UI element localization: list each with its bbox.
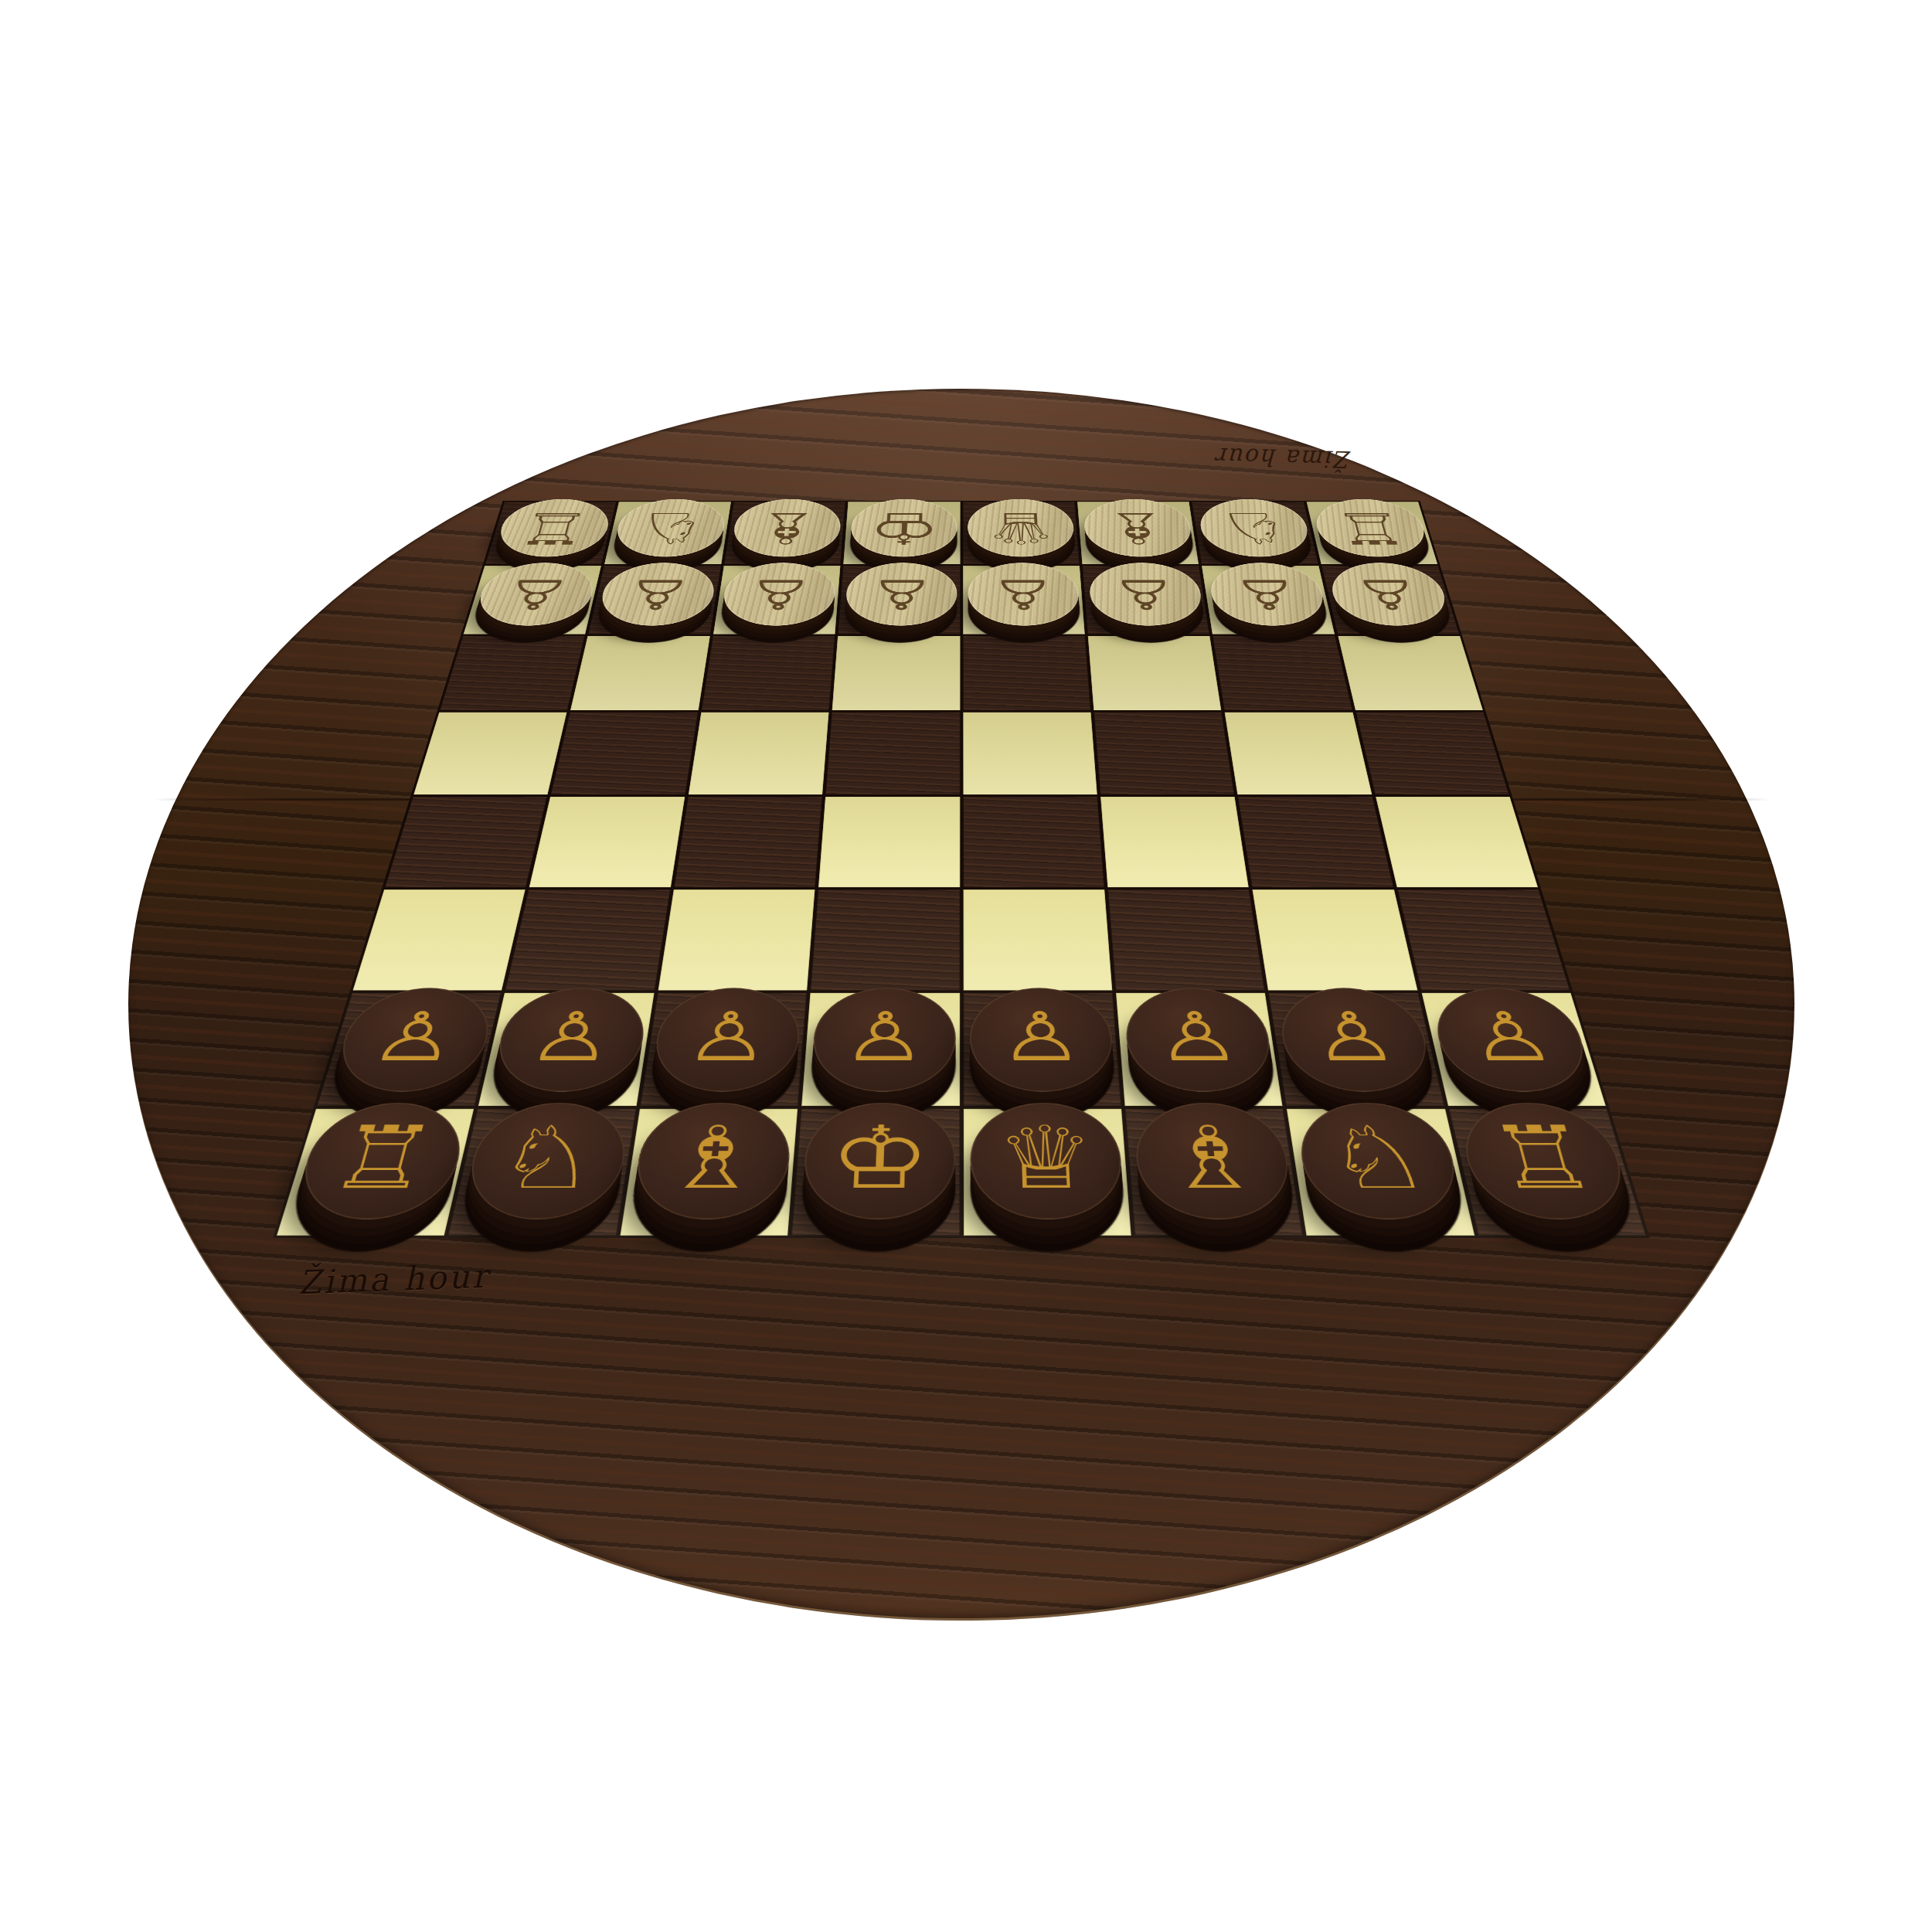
square-g7[interactable]: ♙: [478, 993, 654, 1106]
bishop-glyph-icon: ♗: [750, 507, 825, 549]
piece-black-pawn[interactable]: ♙: [1274, 988, 1437, 1091]
product-photo-scene: Žima hour Žima hour ♖♘♗♔♕♗♘♖♙♙♙♙♙♙♙♙♙♙♙♙…: [0, 0, 1932, 1932]
square-h3[interactable]: [440, 636, 585, 711]
square-d2[interactable]: ♙: [963, 566, 1085, 634]
rook-glyph-icon: ♖: [1481, 1115, 1605, 1202]
square-h5[interactable]: [385, 797, 547, 888]
square-e2[interactable]: ♙: [838, 566, 960, 634]
square-b2[interactable]: ♙: [1202, 566, 1335, 634]
chess-board-grid: ♖♘♗♔♕♗♘♖♙♙♙♙♙♙♙♙♙♙♙♙♙♙♙♙♖♘♗♔♕♗♘♖: [273, 501, 1650, 1238]
square-c7[interactable]: ♙: [1116, 993, 1283, 1106]
square-h2[interactable]: ♙: [464, 566, 602, 634]
square-d7[interactable]: ♙: [963, 993, 1121, 1106]
square-d6[interactable]: [963, 889, 1112, 991]
square-d4[interactable]: [963, 713, 1097, 794]
piece-white-pawn[interactable]: ♙: [1206, 563, 1329, 625]
square-g2[interactable]: ♙: [588, 566, 721, 634]
square-e5[interactable]: [818, 797, 960, 888]
rook-glyph-icon: ♖: [1330, 507, 1412, 549]
piece-black-queen[interactable]: ♕: [970, 1103, 1125, 1219]
pawn-glyph-icon: ♙: [621, 574, 694, 615]
bishop-glyph-icon: ♗: [1100, 507, 1175, 549]
square-f8[interactable]: ♗: [620, 1108, 798, 1235]
square-a4[interactable]: [1355, 713, 1509, 794]
square-c3[interactable]: [1088, 636, 1222, 711]
king-glyph-icon: ♔: [827, 1115, 930, 1202]
square-b8[interactable]: ♘: [1287, 1108, 1475, 1235]
square-a5[interactable]: [1376, 797, 1538, 888]
piece-black-pawn[interactable]: ♙: [488, 988, 651, 1091]
piece-white-pawn[interactable]: ♙: [596, 563, 719, 625]
square-e4[interactable]: [825, 713, 960, 794]
bishop-glyph-icon: ♗: [1157, 1115, 1267, 1202]
knight-glyph-icon: ♘: [1319, 1115, 1436, 1202]
piece-white-pawn[interactable]: ♙: [471, 563, 599, 625]
pawn-glyph-icon: ♙: [498, 574, 573, 615]
square-c1[interactable]: ♗: [1077, 502, 1199, 564]
square-a2[interactable]: ♙: [1321, 566, 1460, 634]
pawn-glyph-icon: ♙: [868, 574, 934, 615]
knight-glyph-icon: ♘: [489, 1115, 606, 1202]
square-b1[interactable]: ♘: [1192, 502, 1318, 564]
piece-white-pawn[interactable]: ♙: [844, 563, 957, 625]
pawn-glyph-icon: ♙: [682, 1003, 774, 1071]
piece-black-pawn[interactable]: ♙: [810, 988, 956, 1091]
piece-black-bishop[interactable]: ♗: [630, 1103, 794, 1219]
square-f2[interactable]: ♙: [713, 566, 841, 634]
piece-white-knight[interactable]: ♘: [611, 499, 729, 557]
square-e3[interactable]: [832, 636, 961, 711]
piece-black-pawn[interactable]: ♙: [1122, 988, 1277, 1091]
piece-black-pawn[interactable]: ♙: [328, 988, 498, 1091]
square-a3[interactable]: [1338, 636, 1483, 711]
square-f1[interactable]: ♗: [724, 502, 845, 564]
piece-black-pawn[interactable]: ♙: [649, 988, 803, 1091]
piece-white-pawn[interactable]: ♙: [968, 563, 1080, 625]
square-g1[interactable]: ♘: [604, 502, 731, 564]
square-e8[interactable]: ♔: [791, 1108, 959, 1235]
square-b4[interactable]: [1225, 713, 1372, 794]
pawn-glyph-icon: ♙: [1231, 574, 1304, 615]
square-h8[interactable]: ♖: [277, 1108, 474, 1235]
square-g3[interactable]: [570, 636, 710, 711]
perspective-wrapper: ♖♘♗♔♕♗♘♖♙♙♙♙♙♙♙♙♙♙♙♙♙♙♙♙♖♘♗♔♕♗♘♖: [273, 0, 1650, 1238]
square-h6[interactable]: [352, 889, 526, 991]
rook-glyph-icon: ♖: [512, 507, 594, 549]
pawn-glyph-icon: ♙: [991, 574, 1057, 615]
piece-black-rook[interactable]: ♖: [289, 1103, 471, 1219]
piece-black-knight[interactable]: ♘: [1293, 1103, 1467, 1219]
square-b7[interactable]: ♙: [1269, 993, 1444, 1106]
square-c2[interactable]: ♙: [1082, 566, 1209, 634]
knight-glyph-icon: ♘: [1215, 507, 1294, 549]
square-a6[interactable]: [1397, 889, 1570, 991]
square-a7[interactable]: ♙: [1421, 993, 1606, 1106]
piece-white-king[interactable]: ♔: [849, 499, 957, 557]
square-a1[interactable]: ♖: [1306, 502, 1437, 564]
square-f6[interactable]: [658, 889, 815, 991]
queen-glyph-icon: ♕: [985, 507, 1057, 549]
square-e6[interactable]: [811, 889, 960, 991]
square-f5[interactable]: [674, 797, 822, 888]
piece-white-bishop[interactable]: ♗: [730, 499, 843, 557]
knight-glyph-icon: ♘: [631, 507, 710, 549]
square-e1[interactable]: ♔: [843, 502, 960, 564]
square-d5[interactable]: [963, 797, 1104, 888]
square-a8[interactable]: ♖: [1448, 1108, 1646, 1235]
square-e7[interactable]: ♙: [801, 993, 959, 1106]
pawn-glyph-icon: ♙: [1459, 1003, 1561, 1071]
square-h7[interactable]: ♙: [317, 993, 502, 1106]
square-d3[interactable]: [963, 636, 1091, 711]
piece-white-bishop[interactable]: ♗: [1082, 499, 1195, 557]
pawn-glyph-icon: ♙: [1306, 1003, 1403, 1071]
square-b3[interactable]: [1213, 636, 1352, 711]
piece-black-king[interactable]: ♔: [801, 1103, 956, 1219]
piece-white-pawn[interactable]: ♙: [1087, 563, 1206, 625]
queen-glyph-icon: ♕: [995, 1115, 1098, 1202]
square-c6[interactable]: [1107, 889, 1264, 991]
piece-white-queen[interactable]: ♕: [968, 499, 1076, 557]
pawn-glyph-icon: ♙: [1111, 574, 1180, 615]
square-b5[interactable]: [1238, 797, 1393, 888]
square-g5[interactable]: [529, 797, 685, 888]
square-f3[interactable]: [701, 636, 835, 711]
square-f4[interactable]: [689, 713, 829, 794]
piece-black-pawn[interactable]: ♙: [970, 988, 1116, 1091]
pawn-glyph-icon: ♙: [841, 1003, 927, 1071]
piece-white-rook[interactable]: ♖: [492, 499, 614, 557]
pawn-glyph-icon: ♙: [365, 1003, 466, 1071]
piece-white-pawn[interactable]: ♙: [719, 563, 838, 625]
piece-black-bishop[interactable]: ♗: [1131, 1103, 1296, 1219]
piece-black-pawn[interactable]: ♙: [1427, 988, 1597, 1091]
pawn-glyph-icon: ♙: [1152, 1003, 1243, 1071]
pawn-glyph-icon: ♙: [998, 1003, 1084, 1071]
square-h1[interactable]: ♖: [485, 502, 617, 564]
piece-white-rook[interactable]: ♖: [1311, 499, 1432, 557]
rook-glyph-icon: ♖: [320, 1115, 444, 1202]
square-c4[interactable]: [1094, 713, 1234, 794]
square-c5[interactable]: [1100, 797, 1249, 888]
piece-white-knight[interactable]: ♘: [1196, 499, 1314, 557]
piece-white-pawn[interactable]: ♙: [1326, 563, 1454, 625]
square-g6[interactable]: [505, 889, 670, 991]
pawn-glyph-icon: ♙: [745, 574, 815, 615]
pawn-glyph-icon: ♙: [523, 1003, 620, 1071]
square-h4[interactable]: [413, 713, 567, 794]
pawn-glyph-icon: ♙: [1351, 574, 1427, 615]
brand-engraving-near: Žima hour: [298, 1257, 490, 1302]
square-d8[interactable]: ♕: [963, 1108, 1131, 1235]
king-glyph-icon: ♔: [868, 507, 940, 549]
square-c8[interactable]: ♗: [1125, 1108, 1303, 1235]
square-g8[interactable]: ♘: [448, 1108, 636, 1235]
square-d1[interactable]: ♕: [963, 502, 1080, 564]
piece-black-rook[interactable]: ♖: [1454, 1103, 1637, 1219]
square-b6[interactable]: [1253, 889, 1417, 991]
bishop-glyph-icon: ♗: [658, 1115, 769, 1202]
square-f7[interactable]: ♙: [640, 993, 807, 1106]
square-g4[interactable]: [551, 713, 698, 794]
piece-black-knight[interactable]: ♘: [459, 1103, 632, 1219]
